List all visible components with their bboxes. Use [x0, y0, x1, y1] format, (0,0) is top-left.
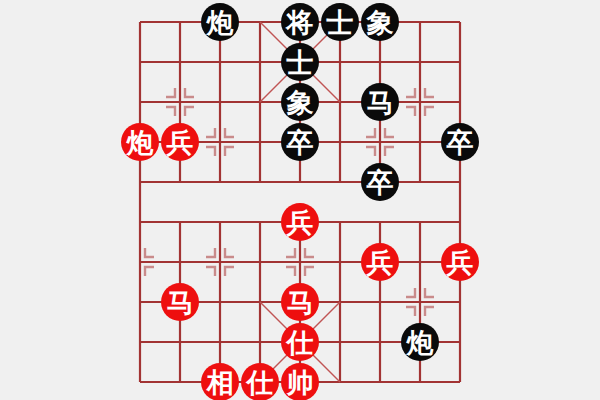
- board-point-2-9: 相: [200, 362, 240, 400]
- piece-black-soldier[interactable]: 卒: [441, 123, 479, 161]
- piece-red-soldier[interactable]: 兵: [281, 203, 319, 241]
- piece-red-soldier[interactable]: 兵: [161, 123, 199, 161]
- piece-black-advisor[interactable]: 士: [281, 43, 319, 81]
- piece-black-cannon[interactable]: 炮: [201, 3, 239, 41]
- xiangqi-app: 炮将士象士象马炮兵卒卒卒兵兵兵马马仕炮相仕帅: [0, 0, 600, 400]
- board-point-4-8: 仕: [280, 322, 320, 362]
- board-point-1-3: 兵: [160, 122, 200, 162]
- board-point-8-3: 卒: [440, 122, 480, 162]
- piece-black-advisor[interactable]: 士: [321, 3, 359, 41]
- board-point-6-2: 马: [360, 82, 400, 122]
- board-point-5-0: 士: [320, 2, 360, 42]
- board-point-4-0: 将: [280, 2, 320, 42]
- xiangqi-board[interactable]: 炮将士象士象马炮兵卒卒卒兵兵兵马马仕炮相仕帅: [120, 2, 480, 400]
- board-point-6-0: 象: [360, 2, 400, 42]
- piece-black-general[interactable]: 将: [281, 3, 319, 41]
- piece-red-soldier[interactable]: 兵: [361, 243, 399, 281]
- piece-black-cannon[interactable]: 炮: [401, 323, 439, 361]
- board-point-7-8: 炮: [400, 322, 440, 362]
- board-point-6-6: 兵: [360, 242, 400, 282]
- piece-red-king[interactable]: 帅: [281, 363, 319, 400]
- board-point-0-3: 炮: [120, 122, 160, 162]
- piece-black-soldier[interactable]: 卒: [281, 123, 319, 161]
- piece-black-soldier[interactable]: 卒: [361, 163, 399, 201]
- board-point-4-7: 马: [280, 282, 320, 322]
- board-point-4-5: 兵: [280, 202, 320, 242]
- board-point-4-9: 帅: [280, 362, 320, 400]
- piece-red-cannon[interactable]: 炮: [121, 123, 159, 161]
- board-point-1-7: 马: [160, 282, 200, 322]
- piece-red-advisor[interactable]: 仕: [281, 323, 319, 361]
- board-point-8-6: 兵: [440, 242, 480, 282]
- board-point-2-0: 炮: [200, 2, 240, 42]
- piece-red-horse[interactable]: 马: [161, 283, 199, 321]
- piece-black-elephant[interactable]: 象: [361, 3, 399, 41]
- board-point-3-9: 仕: [240, 362, 280, 400]
- piece-red-advisor[interactable]: 仕: [241, 363, 279, 400]
- piece-black-elephant[interactable]: 象: [281, 83, 319, 121]
- board-point-4-2: 象: [280, 82, 320, 122]
- piece-black-horse[interactable]: 马: [361, 83, 399, 121]
- board-point-4-3: 卒: [280, 122, 320, 162]
- piece-red-soldier[interactable]: 兵: [441, 243, 479, 281]
- piece-red-horse[interactable]: 马: [281, 283, 319, 321]
- piece-red-elephant[interactable]: 相: [201, 363, 239, 400]
- board-point-6-4: 卒: [360, 162, 400, 202]
- board-point-4-1: 士: [280, 42, 320, 82]
